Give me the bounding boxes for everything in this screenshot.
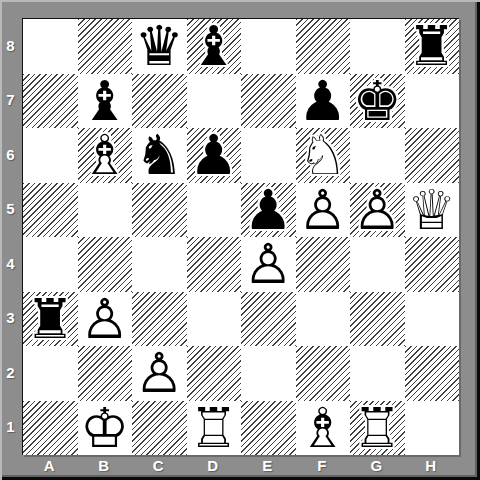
- rank-label-5: 5: [0, 182, 21, 237]
- piece-black-rook[interactable]: ♜: [405, 19, 460, 74]
- piece-white-pawn[interactable]: ♟♙: [78, 292, 133, 347]
- square-b6[interactable]: ♝♗: [78, 128, 133, 183]
- square-c2[interactable]: ♟♙: [132, 346, 187, 401]
- white-rook-glyph: ♖: [350, 401, 405, 456]
- square-c6[interactable]: ♞: [132, 128, 187, 183]
- square-g2[interactable]: [350, 346, 405, 401]
- square-b5[interactable]: [78, 183, 133, 238]
- square-f5[interactable]: ♟♙: [296, 183, 351, 238]
- square-g5[interactable]: ♟♙: [350, 183, 405, 238]
- rank-label-6: 6: [0, 127, 21, 182]
- piece-white-king[interactable]: ♚♔: [78, 401, 133, 456]
- square-d2[interactable]: [187, 346, 242, 401]
- piece-white-queen[interactable]: ♛♕: [405, 183, 460, 238]
- square-f6[interactable]: ♞♘: [296, 128, 351, 183]
- square-e6[interactable]: [241, 128, 296, 183]
- square-h8[interactable]: ♜: [405, 19, 460, 74]
- white-knight-glyph: ♘: [296, 128, 351, 183]
- file-label-a: A: [22, 456, 77, 474]
- piece-black-knight[interactable]: ♞: [132, 128, 187, 183]
- white-pawn-glyph: ♙: [78, 292, 133, 347]
- square-e3[interactable]: [241, 292, 296, 347]
- square-d8[interactable]: ♝: [187, 19, 242, 74]
- square-e2[interactable]: [241, 346, 296, 401]
- square-d7[interactable]: [187, 74, 242, 129]
- square-f8[interactable]: [296, 19, 351, 74]
- square-a4[interactable]: [23, 237, 78, 292]
- rank-label-7: 7: [0, 73, 21, 128]
- square-g1[interactable]: ♜♖: [350, 401, 405, 456]
- piece-black-pawn[interactable]: ♟: [187, 128, 242, 183]
- square-b7[interactable]: ♝: [78, 74, 133, 129]
- square-h5[interactable]: ♛♕: [405, 183, 460, 238]
- black-bishop-glyph: ♝: [187, 19, 242, 74]
- piece-black-pawn[interactable]: ♟: [296, 74, 351, 129]
- square-h2[interactable]: [405, 346, 460, 401]
- square-e8[interactable]: [241, 19, 296, 74]
- square-b2[interactable]: [78, 346, 133, 401]
- piece-black-bishop[interactable]: ♝: [187, 19, 242, 74]
- square-b1[interactable]: ♚♔: [78, 401, 133, 456]
- rank-label-2: 2: [0, 345, 21, 400]
- square-f4[interactable]: [296, 237, 351, 292]
- square-h4[interactable]: [405, 237, 460, 292]
- piece-black-queen[interactable]: ♛: [132, 19, 187, 74]
- square-c8[interactable]: ♛: [132, 19, 187, 74]
- file-label-e: E: [240, 456, 295, 474]
- square-h6[interactable]: [405, 128, 460, 183]
- black-king-glyph: ♚: [350, 74, 405, 129]
- square-e4[interactable]: ♟♙: [241, 237, 296, 292]
- square-c3[interactable]: [132, 292, 187, 347]
- white-pawn-glyph: ♙: [350, 183, 405, 238]
- square-b4[interactable]: [78, 237, 133, 292]
- white-bishop-glyph: ♗: [296, 401, 351, 456]
- piece-black-pawn[interactable]: ♟: [241, 183, 296, 238]
- rank-label-8: 8: [0, 18, 21, 73]
- square-g3[interactable]: [350, 292, 405, 347]
- square-e1[interactable]: [241, 401, 296, 456]
- square-e7[interactable]: [241, 74, 296, 129]
- square-h7[interactable]: [405, 74, 460, 129]
- piece-white-rook[interactable]: ♜♖: [187, 401, 242, 456]
- square-a2[interactable]: [23, 346, 78, 401]
- square-d3[interactable]: [187, 292, 242, 347]
- square-d5[interactable]: [187, 183, 242, 238]
- piece-white-pawn[interactable]: ♟♙: [241, 237, 296, 292]
- square-d1[interactable]: ♜♖: [187, 401, 242, 456]
- piece-white-pawn[interactable]: ♟♙: [132, 346, 187, 401]
- black-knight-glyph: ♞: [132, 128, 187, 183]
- black-pawn-glyph: ♟: [241, 183, 296, 238]
- piece-white-rook[interactable]: ♜♖: [350, 401, 405, 456]
- chess-board: ♛♝♜♝♟♚♝♗♞♟♞♘♟♟♙♟♙♛♕♟♙♜♟♙♟♙♚♔♜♖♝♗♜♖: [22, 18, 459, 455]
- square-g4[interactable]: [350, 237, 405, 292]
- rank-label-3: 3: [0, 291, 21, 346]
- piece-white-bishop[interactable]: ♝♗: [78, 128, 133, 183]
- black-bishop-glyph: ♝: [78, 74, 133, 129]
- square-c5[interactable]: [132, 183, 187, 238]
- square-g6[interactable]: [350, 128, 405, 183]
- square-a7[interactable]: [23, 74, 78, 129]
- square-d6[interactable]: ♟: [187, 128, 242, 183]
- rank-label-1: 1: [0, 400, 21, 455]
- square-g7[interactable]: ♚: [350, 74, 405, 129]
- square-a1[interactable]: [23, 401, 78, 456]
- square-f1[interactable]: ♝♗: [296, 401, 351, 456]
- square-a6[interactable]: [23, 128, 78, 183]
- square-h1[interactable]: [405, 401, 460, 456]
- piece-white-pawn[interactable]: ♟♙: [350, 183, 405, 238]
- black-rook-glyph: ♜: [405, 19, 460, 74]
- white-rook-glyph: ♖: [187, 401, 242, 456]
- chess-diagram-frame: ♛♝♜♝♟♚♝♗♞♟♞♘♟♟♙♟♙♛♕♟♙♜♟♙♟♙♚♔♜♖♝♗♜♖ 87654…: [0, 0, 480, 480]
- white-king-glyph: ♔: [78, 401, 133, 456]
- piece-white-bishop[interactable]: ♝♗: [296, 401, 351, 456]
- square-d4[interactable]: [187, 237, 242, 292]
- white-pawn-glyph: ♙: [132, 346, 187, 401]
- square-f2[interactable]: [296, 346, 351, 401]
- square-a3[interactable]: ♜: [23, 292, 78, 347]
- black-queen-glyph: ♛: [132, 19, 187, 74]
- white-bishop-glyph: ♗: [78, 128, 133, 183]
- square-e5[interactable]: ♟: [241, 183, 296, 238]
- square-b3[interactable]: ♟♙: [78, 292, 133, 347]
- file-label-h: H: [404, 456, 459, 474]
- square-c4[interactable]: [132, 237, 187, 292]
- black-rook-glyph: ♜: [23, 292, 78, 347]
- piece-white-pawn[interactable]: ♟♙: [296, 183, 351, 238]
- square-a5[interactable]: [23, 183, 78, 238]
- white-pawn-glyph: ♙: [296, 183, 351, 238]
- black-pawn-glyph: ♟: [187, 128, 242, 183]
- square-a8[interactable]: [23, 19, 78, 74]
- square-b8[interactable]: [78, 19, 133, 74]
- white-queen-glyph: ♕: [405, 183, 460, 238]
- piece-black-king[interactable]: ♚: [350, 74, 405, 129]
- piece-black-rook[interactable]: ♜: [23, 292, 78, 347]
- square-c7[interactable]: [132, 74, 187, 129]
- rank-label-4: 4: [0, 236, 21, 291]
- piece-black-bishop[interactable]: ♝: [78, 74, 133, 129]
- square-f7[interactable]: ♟: [296, 74, 351, 129]
- black-pawn-glyph: ♟: [296, 74, 351, 129]
- white-pawn-glyph: ♙: [241, 237, 296, 292]
- square-h3[interactable]: [405, 292, 460, 347]
- square-c1[interactable]: [132, 401, 187, 456]
- file-label-c: C: [131, 456, 186, 474]
- square-f3[interactable]: [296, 292, 351, 347]
- piece-white-knight[interactable]: ♞♘: [296, 128, 351, 183]
- square-g8[interactable]: [350, 19, 405, 74]
